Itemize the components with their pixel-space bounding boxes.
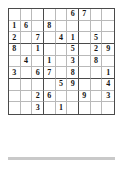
cell-r4c5[interactable] xyxy=(56,44,68,56)
cell-r5c4[interactable]: 1 xyxy=(44,56,56,68)
cell-r4c4[interactable] xyxy=(44,44,56,56)
cell-r2c1[interactable]: 1 xyxy=(9,21,21,33)
cell-r8c2[interactable] xyxy=(21,91,33,103)
cell-r3c5[interactable]: 4 xyxy=(56,32,68,44)
cell-r5c9[interactable] xyxy=(102,56,114,68)
cell-r1c2[interactable] xyxy=(21,9,33,21)
cell-r3c2[interactable] xyxy=(21,32,33,44)
cell-r7c9[interactable]: 4 xyxy=(102,79,114,91)
cell-r2c9[interactable] xyxy=(102,21,114,33)
cell-r7c7[interactable] xyxy=(79,79,91,91)
cell-r2c4[interactable]: 8 xyxy=(44,21,56,33)
cell-r7c5[interactable]: 5 xyxy=(56,79,68,91)
cell-r4c9[interactable]: 9 xyxy=(102,44,114,56)
cell-r4c8[interactable]: 2 xyxy=(91,44,103,56)
cell-r5c1[interactable] xyxy=(9,56,21,68)
cell-r5c3[interactable] xyxy=(32,56,44,68)
cell-r2c2[interactable]: 6 xyxy=(21,21,33,33)
cell-r1c4[interactable] xyxy=(44,9,56,21)
cell-r2c5[interactable] xyxy=(56,21,68,33)
cell-r1c5[interactable] xyxy=(56,9,68,21)
cell-r2c6[interactable] xyxy=(67,21,79,33)
cell-r7c3[interactable] xyxy=(32,79,44,91)
bottom-divider xyxy=(8,157,115,160)
cell-r5c5[interactable] xyxy=(56,56,68,68)
cell-r8c4[interactable]: 6 xyxy=(44,91,56,103)
cell-r8c8[interactable] xyxy=(91,91,103,103)
cell-r9c1[interactable] xyxy=(9,102,21,114)
cell-r2c3[interactable] xyxy=(32,21,44,33)
cell-r4c6[interactable]: 5 xyxy=(67,44,79,56)
cell-r6c1[interactable]: 3 xyxy=(9,67,21,79)
cell-r6c9[interactable]: 1 xyxy=(102,67,114,79)
cell-r5c6[interactable]: 3 xyxy=(67,56,79,68)
cell-r4c2[interactable] xyxy=(21,44,33,56)
cell-r3c7[interactable] xyxy=(79,32,91,44)
cell-r9c5[interactable]: 1 xyxy=(56,102,68,114)
cell-r1c9[interactable] xyxy=(102,9,114,21)
cell-r9c3[interactable]: 3 xyxy=(32,102,44,114)
cell-r3c6[interactable]: 1 xyxy=(67,32,79,44)
cell-r6c6[interactable]: 8 xyxy=(67,67,79,79)
cell-r7c4[interactable] xyxy=(44,79,56,91)
cell-r1c1[interactable] xyxy=(9,9,21,21)
cell-r7c2[interactable] xyxy=(21,79,33,91)
cell-r2c8[interactable] xyxy=(91,21,103,33)
cell-r5c8[interactable]: 8 xyxy=(91,56,103,68)
cell-r3c8[interactable]: 5 xyxy=(91,32,103,44)
cell-r9c4[interactable] xyxy=(44,102,56,114)
cell-r9c7[interactable] xyxy=(79,102,91,114)
cell-r4c1[interactable]: 8 xyxy=(9,44,21,56)
cell-r8c9[interactable]: 3 xyxy=(102,91,114,103)
cell-r7c6[interactable]: 9 xyxy=(67,79,79,91)
cell-r9c6[interactable] xyxy=(67,102,79,114)
cell-r4c7[interactable] xyxy=(79,44,91,56)
cell-r5c2[interactable]: 4 xyxy=(21,56,33,68)
cell-r6c3[interactable]: 6 xyxy=(32,67,44,79)
cell-r3c1[interactable]: 2 xyxy=(9,32,21,44)
cell-r1c8[interactable] xyxy=(91,9,103,21)
cell-r9c8[interactable] xyxy=(91,102,103,114)
cell-r9c2[interactable] xyxy=(21,102,33,114)
cell-r3c4[interactable] xyxy=(44,32,56,44)
cell-r3c3[interactable]: 7 xyxy=(32,32,44,44)
cell-r8c1[interactable] xyxy=(9,91,21,103)
cell-r1c3[interactable] xyxy=(32,9,44,21)
cell-r9c9[interactable] xyxy=(102,102,114,114)
cell-r8c3[interactable]: 2 xyxy=(32,91,44,103)
cell-r4c3[interactable]: 1 xyxy=(32,44,44,56)
cell-r6c2[interactable] xyxy=(21,67,33,79)
cell-r8c6[interactable] xyxy=(67,91,79,103)
cell-r3c9[interactable] xyxy=(102,32,114,44)
sudoku-board: 671682741581529413836781594269331 xyxy=(8,8,115,115)
cell-r2c7[interactable] xyxy=(79,21,91,33)
cell-r1c6[interactable]: 6 xyxy=(67,9,79,21)
cell-r8c5[interactable] xyxy=(56,91,68,103)
cell-r6c7[interactable] xyxy=(79,67,91,79)
cell-r7c1[interactable] xyxy=(9,79,21,91)
cell-r8c7[interactable]: 9 xyxy=(79,91,91,103)
cell-r6c8[interactable] xyxy=(91,67,103,79)
cell-r6c4[interactable]: 7 xyxy=(44,67,56,79)
cell-r1c7[interactable]: 7 xyxy=(79,9,91,21)
cell-r7c8[interactable] xyxy=(91,79,103,91)
cell-r6c5[interactable] xyxy=(56,67,68,79)
cell-r5c7[interactable] xyxy=(79,56,91,68)
